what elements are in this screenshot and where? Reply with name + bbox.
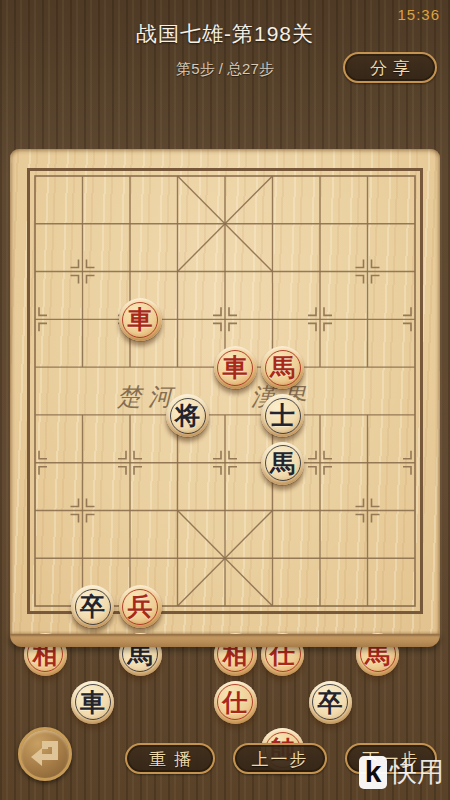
piece-glyph: 馬: [365, 642, 390, 667]
piece-black-horse[interactable]: 馬: [119, 633, 162, 676]
piece-red-advisor[interactable]: 仕: [214, 681, 257, 724]
piece-black-chariot[interactable]: 車: [71, 681, 114, 724]
previous-step-button[interactable]: 上一步: [233, 743, 327, 774]
piece-black-advisor[interactable]: 士: [261, 394, 304, 437]
piece-black-general[interactable]: 将: [166, 394, 209, 437]
back-button[interactable]: [18, 727, 72, 781]
piece-black-pawn[interactable]: 卒: [309, 681, 352, 724]
replay-button[interactable]: 重播: [125, 743, 215, 774]
piece-red-chariot[interactable]: 車: [119, 298, 162, 341]
return-arrow-icon: [26, 735, 64, 773]
share-button[interactable]: 分享: [343, 52, 437, 83]
piece-glyph: 相: [33, 642, 58, 667]
watermark-text: 快用: [390, 754, 444, 790]
piece-glyph: 士: [270, 403, 295, 428]
piece-glyph: 馬: [270, 355, 295, 380]
piece-glyph: 車: [128, 307, 153, 332]
game-screen: 15:36 战国七雄-第198关 第5步 / 总27步 分享 楚河 漢界 車車馬…: [0, 0, 450, 800]
piece-glyph: 兵: [128, 594, 153, 619]
piece-red-elephant[interactable]: 相: [24, 633, 67, 676]
piece-red-horse[interactable]: 馬: [356, 633, 399, 676]
piece-glyph: 卒: [318, 690, 343, 715]
kuaiyong-watermark: k 快用: [359, 754, 444, 790]
kuaiyong-logo-icon: k: [359, 756, 387, 789]
piece-glyph: 車: [80, 690, 105, 715]
piece-glyph: 卒: [80, 594, 105, 619]
piece-black-pawn[interactable]: 卒: [71, 585, 114, 628]
piece-red-chariot[interactable]: 車: [214, 346, 257, 389]
piece-red-horse[interactable]: 馬: [261, 346, 304, 389]
piece-red-pawn[interactable]: 兵: [119, 585, 162, 628]
piece-glyph: 相: [223, 642, 248, 667]
piece-glyph: 馬: [128, 642, 153, 667]
piece-glyph: 仕: [270, 642, 295, 667]
piece-glyph: 車: [223, 355, 248, 380]
piece-red-advisor[interactable]: 仕: [261, 633, 304, 676]
piece-black-horse[interactable]: 馬: [261, 442, 304, 485]
piece-glyph: 仕: [223, 690, 248, 715]
piece-glyph: 馬: [270, 451, 295, 476]
piece-glyph: 将: [175, 403, 200, 428]
level-title: 战国七雄-第198关: [0, 20, 450, 48]
piece-red-elephant[interactable]: 相: [214, 633, 257, 676]
xiangqi-board: 楚河 漢界 車車馬将士馬卒兵相馬相仕馬車仕卒炮帥: [10, 149, 440, 634]
pieces-layer: 車車馬将士馬卒兵相馬相仕馬車仕卒炮帥: [21, 301, 449, 779]
